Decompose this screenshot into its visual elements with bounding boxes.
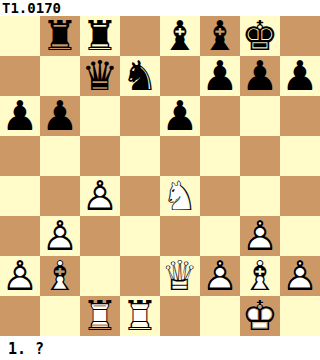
white-piece-outline: ♕︎: [160, 256, 200, 296]
square-c8[interactable]: ♜︎: [80, 16, 120, 56]
square-e3[interactable]: [160, 216, 200, 256]
square-h4[interactable]: [280, 176, 320, 216]
square-h1[interactable]: [280, 296, 320, 336]
white-piece-outline: ♙︎: [280, 256, 320, 296]
white-pawn-a2[interactable]: ♟︎♙︎: [0, 256, 40, 296]
white-piece-outline: ♗︎: [240, 256, 280, 296]
square-b8[interactable]: ♜︎: [40, 16, 80, 56]
square-g6[interactable]: [240, 96, 280, 136]
square-g2[interactable]: ♝︎♗︎: [240, 256, 280, 296]
black-rook-c8[interactable]: ♜︎: [80, 16, 120, 56]
square-g4[interactable]: [240, 176, 280, 216]
square-g7[interactable]: ♟︎: [240, 56, 280, 96]
black-piece-glyph: ♞︎: [120, 56, 160, 96]
white-piece-outline: ♗︎: [40, 256, 80, 296]
square-a2[interactable]: ♟︎♙︎: [0, 256, 40, 296]
white-piece-outline: ♙︎: [40, 216, 80, 256]
white-queen-e2[interactable]: ♛︎♕︎: [160, 256, 200, 296]
white-piece-outline: ♘︎: [160, 176, 200, 216]
square-g3[interactable]: ♟︎♙︎: [240, 216, 280, 256]
square-a7[interactable]: [0, 56, 40, 96]
black-piece-glyph: ♟︎: [240, 56, 280, 96]
black-piece-glyph: ♜︎: [80, 16, 120, 56]
black-pawn-e6[interactable]: ♟︎: [160, 96, 200, 136]
black-piece-glyph: ♟︎: [0, 96, 40, 136]
white-rook-c1[interactable]: ♜︎♖︎: [80, 296, 120, 336]
black-piece-glyph: ♟︎: [40, 96, 80, 136]
white-bishop-g2[interactable]: ♝︎♗︎: [240, 256, 280, 296]
white-piece-outline: ♔︎: [240, 296, 280, 336]
square-g5[interactable]: [240, 136, 280, 176]
white-piece-outline: ♙︎: [240, 216, 280, 256]
square-a4[interactable]: [0, 176, 40, 216]
black-piece-glyph: ♟︎: [160, 96, 200, 136]
black-piece-glyph: ♝︎: [200, 16, 240, 56]
square-e7[interactable]: [160, 56, 200, 96]
white-pawn-c4[interactable]: ♟︎♙︎: [80, 176, 120, 216]
black-pawn-a6[interactable]: ♟︎: [0, 96, 40, 136]
square-f5[interactable]: [200, 136, 240, 176]
black-bishop-e8[interactable]: ♝︎: [160, 16, 200, 56]
square-h6[interactable]: [280, 96, 320, 136]
square-c6[interactable]: [80, 96, 120, 136]
square-e5[interactable]: [160, 136, 200, 176]
square-d8[interactable]: [120, 16, 160, 56]
white-piece-outline: ♙︎: [80, 176, 120, 216]
square-b2[interactable]: ♝︎♗︎: [40, 256, 80, 296]
square-g8[interactable]: ♚︎: [240, 16, 280, 56]
square-d6[interactable]: [120, 96, 160, 136]
white-knight-e4[interactable]: ♞︎♘︎: [160, 176, 200, 216]
square-d1[interactable]: ♜︎♖︎: [120, 296, 160, 336]
square-d2[interactable]: [120, 256, 160, 296]
square-f8[interactable]: ♝︎: [200, 16, 240, 56]
square-d3[interactable]: [120, 216, 160, 256]
white-pawn-h2[interactable]: ♟︎♙︎: [280, 256, 320, 296]
square-b3[interactable]: ♟︎♙︎: [40, 216, 80, 256]
square-c3[interactable]: [80, 216, 120, 256]
white-pawn-f2[interactable]: ♟︎♙︎: [200, 256, 240, 296]
square-c7[interactable]: ♛︎: [80, 56, 120, 96]
black-piece-glyph: ♟︎: [200, 56, 240, 96]
white-king-g1[interactable]: ♚︎♔︎: [240, 296, 280, 336]
square-b4[interactable]: [40, 176, 80, 216]
square-b7[interactable]: [40, 56, 80, 96]
black-king-g8[interactable]: ♚︎: [240, 16, 280, 56]
square-a5[interactable]: [0, 136, 40, 176]
black-queen-c7[interactable]: ♛︎: [80, 56, 120, 96]
square-b1[interactable]: [40, 296, 80, 336]
white-piece-outline: ♙︎: [200, 256, 240, 296]
square-d5[interactable]: [120, 136, 160, 176]
square-b5[interactable]: [40, 136, 80, 176]
square-a6[interactable]: ♟︎: [0, 96, 40, 136]
square-a8[interactable]: [0, 16, 40, 56]
square-f7[interactable]: ♟︎: [200, 56, 240, 96]
black-piece-glyph: ♟︎: [280, 56, 320, 96]
white-piece-outline: ♖︎: [120, 296, 160, 336]
white-piece-outline: ♖︎: [80, 296, 120, 336]
square-c4[interactable]: ♟︎♙︎: [80, 176, 120, 216]
black-bishop-f8[interactable]: ♝︎: [200, 16, 240, 56]
white-pawn-g3[interactable]: ♟︎♙︎: [240, 216, 280, 256]
white-rook-d1[interactable]: ♜︎♖︎: [120, 296, 160, 336]
white-piece-outline: ♙︎: [0, 256, 40, 296]
chess-puzzle-page: T1.0170 ♜︎♜︎♝︎♝︎♚︎♛︎♞︎♟︎♟︎♟︎♟︎♟︎♟︎♟︎♙︎♞︎…: [0, 0, 320, 360]
square-a3[interactable]: [0, 216, 40, 256]
square-f6[interactable]: [200, 96, 240, 136]
square-e6[interactable]: ♟︎: [160, 96, 200, 136]
white-pawn-b3[interactable]: ♟︎♙︎: [40, 216, 80, 256]
square-f4[interactable]: [200, 176, 240, 216]
square-f1[interactable]: [200, 296, 240, 336]
square-h3[interactable]: [280, 216, 320, 256]
square-b6[interactable]: ♟︎: [40, 96, 80, 136]
square-h2[interactable]: ♟︎♙︎: [280, 256, 320, 296]
chess-board: ♜︎♜︎♝︎♝︎♚︎♛︎♞︎♟︎♟︎♟︎♟︎♟︎♟︎♟︎♙︎♞︎♘︎♟︎♙︎♟︎…: [0, 16, 320, 336]
square-d4[interactable]: [120, 176, 160, 216]
square-d7[interactable]: ♞︎: [120, 56, 160, 96]
square-h5[interactable]: [280, 136, 320, 176]
black-knight-d7[interactable]: ♞︎: [120, 56, 160, 96]
black-rook-b8[interactable]: ♜︎: [40, 16, 80, 56]
square-e8[interactable]: ♝︎: [160, 16, 200, 56]
black-pawn-h7[interactable]: ♟︎: [280, 56, 320, 96]
square-g1[interactable]: ♚︎♔︎: [240, 296, 280, 336]
square-f3[interactable]: [200, 216, 240, 256]
square-h8[interactable]: [280, 16, 320, 56]
square-f2[interactable]: ♟︎♙︎: [200, 256, 240, 296]
black-pawn-f7[interactable]: ♟︎: [200, 56, 240, 96]
black-pawn-b6[interactable]: ♟︎: [40, 96, 80, 136]
square-h7[interactable]: ♟︎: [280, 56, 320, 96]
square-c1[interactable]: ♜︎♖︎: [80, 296, 120, 336]
black-piece-glyph: ♛︎: [80, 56, 120, 96]
white-bishop-b2[interactable]: ♝︎♗︎: [40, 256, 80, 296]
black-piece-glyph: ♜︎: [40, 16, 80, 56]
square-c5[interactable]: [80, 136, 120, 176]
black-piece-glyph: ♝︎: [160, 16, 200, 56]
square-e2[interactable]: ♛︎♕︎: [160, 256, 200, 296]
square-e4[interactable]: ♞︎♘︎: [160, 176, 200, 216]
black-piece-glyph: ♚︎: [240, 16, 280, 56]
square-a1[interactable]: [0, 296, 40, 336]
black-pawn-g7[interactable]: ♟︎: [240, 56, 280, 96]
square-c2[interactable]: [80, 256, 120, 296]
square-e1[interactable]: [160, 296, 200, 336]
